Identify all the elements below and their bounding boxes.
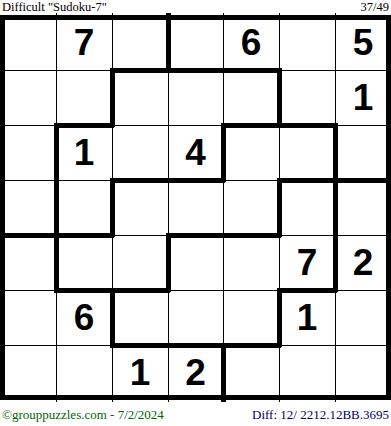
sudoku-page: Difficult "Sudoku-7" 37/49 765114726112 … [0,0,391,426]
cell-r6c2: 6 [56,290,112,345]
cell-r1c1[interactable] [0,15,56,70]
cell-r3c6[interactable] [279,125,335,180]
cell-r7c3: 1 [112,345,168,400]
cell-r4c7[interactable] [335,180,391,235]
cell-r4c2[interactable] [56,180,112,235]
cell-r5c7: 2 [335,235,391,290]
cell-r3c1[interactable] [0,125,56,180]
cell-r2c4[interactable] [168,70,223,125]
cell-r7c5[interactable] [223,345,279,400]
cell-r6c3[interactable] [112,290,168,345]
cell-r3c5[interactable] [223,125,279,180]
cell-r4c5[interactable] [223,180,279,235]
cell-r2c1[interactable] [0,70,56,125]
cell-r4c3[interactable] [112,180,168,235]
cell-r6c5[interactable] [223,290,279,345]
cell-r1c3[interactable] [112,15,168,70]
puzzle-title: Difficult "Sudoku-7" [2,0,107,14]
cell-r5c4[interactable] [168,235,223,290]
cell-r5c1[interactable] [0,235,56,290]
cell-r1c4[interactable] [168,15,223,70]
footer: ©grouppuzzles.com - 7/2/2024 Diff: 12/ 2… [0,405,391,426]
cell-r4c4[interactable] [168,180,223,235]
cell-r7c1[interactable] [0,345,56,400]
cell-r4c6[interactable] [279,180,335,235]
cell-r2c6[interactable] [279,70,335,125]
cell-r1c5: 6 [223,15,279,70]
cell-r2c3[interactable] [112,70,168,125]
cell-r4c1[interactable] [0,180,56,235]
copyright-text: ©grouppuzzles.com - 7/2/2024 [2,405,164,425]
cell-r7c7[interactable] [335,345,391,400]
cell-r2c2[interactable] [56,70,112,125]
cell-r7c2[interactable] [56,345,112,400]
cell-r2c5[interactable] [223,70,279,125]
cell-r6c1[interactable] [0,290,56,345]
cell-r5c5[interactable] [223,235,279,290]
cell-r7c4: 2 [168,345,223,400]
cell-r5c3[interactable] [112,235,168,290]
cell-r3c3[interactable] [112,125,168,180]
empty-count-badge: 37/49 [361,0,389,14]
cell-r6c4[interactable] [168,290,223,345]
cell-r7c6[interactable] [279,345,335,400]
cell-r2c7: 1 [335,70,391,125]
cell-r5c6: 7 [279,235,335,290]
cell-r6c6: 1 [279,290,335,345]
cell-r3c7[interactable] [335,125,391,180]
cell-r6c7[interactable] [335,290,391,345]
cell-r1c6[interactable] [279,15,335,70]
cell-r1c2: 7 [56,15,112,70]
cell-r5c2[interactable] [56,235,112,290]
header: Difficult "Sudoku-7" 37/49 [0,0,391,15]
sudoku-board: 765114726112 [0,15,391,400]
difficulty-code: Diff: 12/ 2212.12BB.3695 [252,405,389,425]
cell-r3c4: 4 [168,125,223,180]
cell-r1c7: 5 [335,15,391,70]
cell-r3c2: 1 [56,125,112,180]
